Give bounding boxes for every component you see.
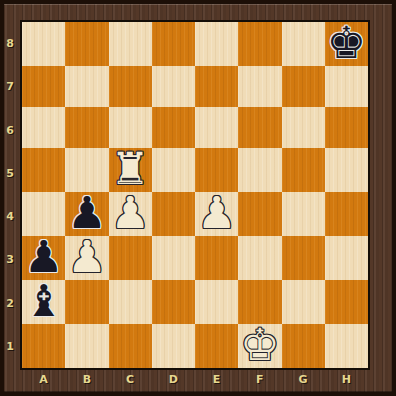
chessboard: ♚♜♟♟♟♟♟♝♚ [20, 20, 370, 370]
square-b1[interactable] [65, 324, 108, 368]
square-g8[interactable] [282, 22, 325, 66]
square-h5[interactable] [325, 148, 368, 192]
square-a8[interactable] [22, 22, 65, 66]
square-d1[interactable] [152, 324, 195, 368]
square-g5[interactable] [282, 148, 325, 192]
file-label-h: H [325, 369, 368, 389]
square-c5[interactable]: ♜ [109, 148, 152, 192]
square-g6[interactable] [282, 107, 325, 148]
chess-diagram: ♚♜♟♟♟♟♟♝♚ 87654321 ABCDEFGH [0, 0, 396, 396]
square-a3[interactable]: ♟ [22, 236, 65, 280]
rank-label-5: 5 [0, 152, 20, 195]
square-c1[interactable] [109, 324, 152, 368]
square-h2[interactable] [325, 280, 368, 324]
square-h8[interactable]: ♚ [325, 22, 368, 66]
square-h4[interactable] [325, 192, 368, 236]
square-c4[interactable]: ♟ [109, 192, 152, 236]
square-c3[interactable] [109, 236, 152, 280]
rank-labels: 87654321 [0, 22, 20, 368]
square-f4[interactable] [238, 192, 281, 236]
square-g2[interactable] [282, 280, 325, 324]
square-f1[interactable]: ♚ [238, 324, 281, 368]
file-labels: ABCDEFGH [22, 369, 368, 389]
rank-label-2: 2 [0, 282, 20, 325]
piece-white-rook-c5[interactable]: ♜ [110, 147, 149, 191]
piece-black-pawn-a3[interactable]: ♟ [24, 235, 63, 279]
square-b8[interactable] [65, 22, 108, 66]
rank-label-7: 7 [0, 65, 20, 108]
rank-label-3: 3 [0, 238, 20, 281]
square-e6[interactable] [195, 107, 238, 148]
square-a2[interactable]: ♝ [22, 280, 65, 324]
square-e1[interactable] [195, 324, 238, 368]
file-label-c: C [109, 369, 152, 389]
square-f6[interactable] [238, 107, 281, 148]
square-b6[interactable] [65, 107, 108, 148]
piece-white-pawn-e4[interactable]: ♟ [197, 191, 236, 235]
rank-label-1: 1 [0, 325, 20, 368]
square-e7[interactable] [195, 66, 238, 107]
square-e3[interactable] [195, 236, 238, 280]
square-h6[interactable] [325, 107, 368, 148]
square-e4[interactable]: ♟ [195, 192, 238, 236]
square-e2[interactable] [195, 280, 238, 324]
square-b3[interactable]: ♟ [65, 236, 108, 280]
square-a6[interactable] [22, 107, 65, 148]
file-label-b: B [65, 369, 108, 389]
file-label-f: F [238, 369, 281, 389]
square-f2[interactable] [238, 280, 281, 324]
square-f3[interactable] [238, 236, 281, 280]
square-d6[interactable] [152, 107, 195, 148]
square-c2[interactable] [109, 280, 152, 324]
square-d5[interactable] [152, 148, 195, 192]
square-d4[interactable] [152, 192, 195, 236]
square-e8[interactable] [195, 22, 238, 66]
square-h1[interactable] [325, 324, 368, 368]
square-g3[interactable] [282, 236, 325, 280]
square-a7[interactable] [22, 66, 65, 107]
square-a4[interactable] [22, 192, 65, 236]
file-label-a: A [22, 369, 65, 389]
piece-white-pawn-c4[interactable]: ♟ [110, 191, 149, 235]
square-b7[interactable] [65, 66, 108, 107]
square-f8[interactable] [238, 22, 281, 66]
file-label-g: G [282, 369, 325, 389]
square-f5[interactable] [238, 148, 281, 192]
square-d2[interactable] [152, 280, 195, 324]
piece-black-pawn-b4[interactable]: ♟ [67, 191, 106, 235]
square-e5[interactable] [195, 148, 238, 192]
square-c8[interactable] [109, 22, 152, 66]
square-d3[interactable] [152, 236, 195, 280]
piece-white-pawn-b3[interactable]: ♟ [67, 235, 106, 279]
square-b4[interactable]: ♟ [65, 192, 108, 236]
piece-white-king-f1[interactable]: ♚ [240, 323, 279, 367]
square-a1[interactable] [22, 324, 65, 368]
square-a5[interactable] [22, 148, 65, 192]
file-label-d: D [152, 369, 195, 389]
square-g1[interactable] [282, 324, 325, 368]
square-b5[interactable] [65, 148, 108, 192]
square-b2[interactable] [65, 280, 108, 324]
square-d8[interactable] [152, 22, 195, 66]
square-c6[interactable] [109, 107, 152, 148]
square-f7[interactable] [238, 66, 281, 107]
square-h7[interactable] [325, 66, 368, 107]
file-label-e: E [195, 369, 238, 389]
rank-label-6: 6 [0, 109, 20, 152]
rank-label-8: 8 [0, 22, 20, 65]
piece-black-king-h8[interactable]: ♚ [327, 21, 366, 65]
square-g4[interactable] [282, 192, 325, 236]
square-d7[interactable] [152, 66, 195, 107]
square-h3[interactable] [325, 236, 368, 280]
square-g7[interactable] [282, 66, 325, 107]
piece-black-bishop-a2[interactable]: ♝ [24, 279, 63, 323]
square-c7[interactable] [109, 66, 152, 107]
rank-label-4: 4 [0, 195, 20, 238]
